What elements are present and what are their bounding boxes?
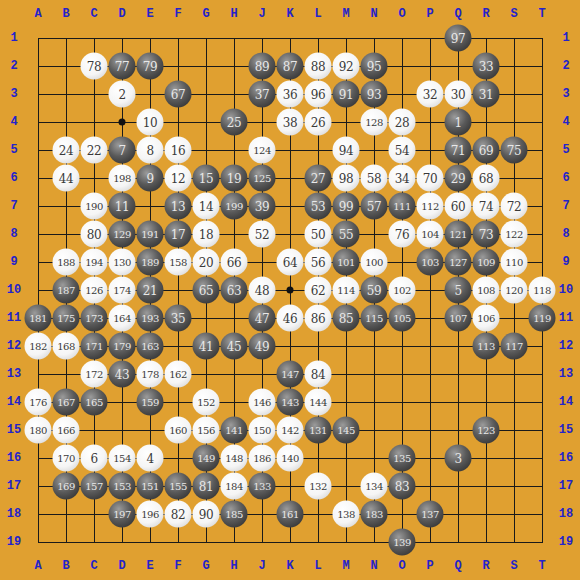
col-label-bottom: C xyxy=(90,560,97,572)
stone-black[interactable]: 181 xyxy=(25,305,52,332)
stone-white[interactable]: 66 xyxy=(221,249,248,276)
stone-white[interactable]: 96 xyxy=(305,81,332,108)
stone-black[interactable]: 129 xyxy=(109,221,136,248)
stone-black[interactable]: 27 xyxy=(305,165,332,192)
stone-black[interactable]: 173 xyxy=(81,305,108,332)
stone-white[interactable]: 8 xyxy=(137,137,164,164)
stone-black[interactable]: 99 xyxy=(333,193,360,220)
stone-white[interactable]: 16 xyxy=(165,137,192,164)
col-label-bottom: P xyxy=(426,560,433,572)
row-label-right: 14 xyxy=(559,396,573,408)
stone-black[interactable]: 115 xyxy=(361,305,388,332)
row-label-right: 8 xyxy=(562,228,569,240)
row-label-right: 12 xyxy=(559,340,573,352)
stone-white[interactable]: 168 xyxy=(53,333,80,360)
col-label-top: N xyxy=(370,8,377,20)
stone-white[interactable]: 154 xyxy=(109,445,136,472)
col-label-bottom: N xyxy=(370,560,377,572)
stone-white[interactable]: 148 xyxy=(221,445,248,472)
stone-white[interactable]: 28 xyxy=(389,109,416,136)
stone-black[interactable]: 43 xyxy=(109,361,136,388)
stone-white[interactable]: 122 xyxy=(501,221,528,248)
row-label-left: 2 xyxy=(10,60,17,72)
stone-black[interactable]: 187 xyxy=(53,277,80,304)
row-label-right: 15 xyxy=(559,424,573,436)
col-label-top: G xyxy=(202,8,209,20)
stone-white[interactable]: 12 xyxy=(165,165,192,192)
stone-black[interactable]: 55 xyxy=(333,221,360,248)
stone-white[interactable]: 170 xyxy=(53,445,80,472)
col-label-top: M xyxy=(342,8,349,20)
row-label-left: 5 xyxy=(10,144,17,156)
col-label-bottom: H xyxy=(230,560,237,572)
row-label-left: 6 xyxy=(10,172,17,184)
row-label-right: 9 xyxy=(562,256,569,268)
stone-black[interactable]: 37 xyxy=(249,81,276,108)
col-label-top: Q xyxy=(454,8,461,20)
stone-white[interactable]: 14 xyxy=(193,193,220,220)
stone-black[interactable]: 3 xyxy=(445,445,472,472)
col-label-top: C xyxy=(90,8,97,20)
stone-white[interactable]: 6 xyxy=(81,445,108,472)
stone-black[interactable]: 113 xyxy=(473,333,500,360)
stone-white[interactable]: 120 xyxy=(501,277,528,304)
stone-black[interactable]: 11 xyxy=(109,193,136,220)
stone-black[interactable]: 137 xyxy=(417,501,444,528)
col-label-top: P xyxy=(426,8,433,20)
stone-white[interactable]: 132 xyxy=(305,473,332,500)
col-label-bottom: M xyxy=(342,560,349,572)
col-label-bottom: A xyxy=(34,560,41,572)
stone-white[interactable]: 172 xyxy=(81,361,108,388)
stone-white[interactable]: 18 xyxy=(193,221,220,248)
stone-black[interactable]: 161 xyxy=(277,501,304,528)
row-label-left: 1 xyxy=(10,32,17,44)
stone-black[interactable]: 17 xyxy=(165,221,192,248)
stone-white[interactable]: 182 xyxy=(25,333,52,360)
row-label-left: 7 xyxy=(10,200,17,212)
stone-black[interactable]: 131 xyxy=(305,417,332,444)
stone-white[interactable]: 138 xyxy=(333,501,360,528)
stone-white[interactable]: 78 xyxy=(81,53,108,80)
stone-black[interactable]: 15 xyxy=(193,165,220,192)
stone-black[interactable]: 193 xyxy=(137,305,164,332)
stone-white[interactable]: 150 xyxy=(249,417,276,444)
stone-black[interactable]: 57 xyxy=(361,193,388,220)
stone-black[interactable]: 163 xyxy=(137,333,164,360)
stone-black[interactable]: 149 xyxy=(193,445,220,472)
stone-white[interactable]: 186 xyxy=(249,445,276,472)
stone-black[interactable]: 119 xyxy=(529,305,556,332)
stone-black[interactable]: 39 xyxy=(249,193,276,220)
stone-black[interactable]: 63 xyxy=(221,277,248,304)
stone-white[interactable]: 104 xyxy=(417,221,444,248)
row-label-right: 11 xyxy=(559,312,573,324)
stone-black[interactable]: 45 xyxy=(221,333,248,360)
stone-white[interactable]: 166 xyxy=(53,417,80,444)
stone-white[interactable]: 162 xyxy=(165,361,192,388)
stone-black[interactable]: 191 xyxy=(137,221,164,248)
stone-white[interactable]: 184 xyxy=(221,473,248,500)
stone-white[interactable]: 128 xyxy=(361,109,388,136)
stone-black[interactable]: 69 xyxy=(473,137,500,164)
stone-black[interactable]: 13 xyxy=(165,193,192,220)
stone-white[interactable]: 32 xyxy=(417,81,444,108)
stone-white[interactable]: 84 xyxy=(305,361,332,388)
stone-black[interactable]: 75 xyxy=(501,137,528,164)
stone-black[interactable]: 67 xyxy=(165,81,192,108)
stone-white[interactable]: 70 xyxy=(417,165,444,192)
col-label-top: A xyxy=(34,8,41,20)
stone-white[interactable]: 22 xyxy=(81,137,108,164)
stone-black[interactable]: 41 xyxy=(193,333,220,360)
row-label-right: 1 xyxy=(562,32,569,44)
stone-white[interactable]: 196 xyxy=(137,501,164,528)
col-label-bottom: K xyxy=(286,560,293,572)
col-label-bottom: G xyxy=(202,560,209,572)
stone-black[interactable]: 19 xyxy=(221,165,248,192)
row-label-right: 13 xyxy=(559,368,573,380)
row-label-left: 8 xyxy=(10,228,17,240)
stone-black[interactable]: 197 xyxy=(109,501,136,528)
col-label-top: K xyxy=(286,8,293,20)
stone-black[interactable]: 199 xyxy=(221,193,248,220)
stone-black[interactable]: 83 xyxy=(389,473,416,500)
stone-black[interactable]: 151 xyxy=(137,473,164,500)
stone-black[interactable]: 47 xyxy=(249,305,276,332)
row-label-left: 18 xyxy=(7,508,21,520)
stone-white[interactable]: 2 xyxy=(109,81,136,108)
stone-white[interactable]: 68 xyxy=(473,165,500,192)
stone-white[interactable]: 130 xyxy=(109,249,136,276)
stone-black[interactable]: 111 xyxy=(389,193,416,220)
stone-black[interactable]: 159 xyxy=(137,389,164,416)
stone-white[interactable]: 38 xyxy=(277,109,304,136)
row-label-left: 12 xyxy=(7,340,21,352)
stone-white[interactable]: 46 xyxy=(277,305,304,332)
stone-white[interactable]: 50 xyxy=(305,221,332,248)
stone-black[interactable]: 7 xyxy=(109,137,136,164)
stone-white[interactable]: 198 xyxy=(109,165,136,192)
stone-black[interactable]: 179 xyxy=(109,333,136,360)
stone-white[interactable]: 88 xyxy=(305,53,332,80)
stone-white[interactable]: 86 xyxy=(305,305,332,332)
col-label-top: R xyxy=(482,8,489,20)
stone-white[interactable]: 110 xyxy=(501,249,528,276)
stone-black[interactable]: 171 xyxy=(81,333,108,360)
col-label-bottom: Q xyxy=(454,560,461,572)
row-label-right: 10 xyxy=(559,284,573,296)
row-label-right: 19 xyxy=(559,536,573,548)
stone-white[interactable]: 26 xyxy=(305,109,332,136)
stone-black[interactable]: 147 xyxy=(277,361,304,388)
stone-black[interactable]: 109 xyxy=(473,249,500,276)
stone-white[interactable]: 36 xyxy=(277,81,304,108)
grid-line xyxy=(38,542,543,543)
stone-white[interactable]: 164 xyxy=(109,305,136,332)
stone-white[interactable]: 54 xyxy=(389,137,416,164)
stone-black[interactable]: 81 xyxy=(193,473,220,500)
col-label-bottom: L xyxy=(314,560,321,572)
col-label-bottom: R xyxy=(482,560,489,572)
col-label-top: D xyxy=(118,8,125,20)
stone-black[interactable]: 5 xyxy=(445,277,472,304)
stone-black[interactable]: 143 xyxy=(277,389,304,416)
stone-white[interactable]: 100 xyxy=(361,249,388,276)
col-label-top: E xyxy=(146,8,153,20)
stone-black[interactable]: 141 xyxy=(221,417,248,444)
stone-black[interactable]: 91 xyxy=(333,81,360,108)
stone-white[interactable]: 156 xyxy=(193,417,220,444)
stone-white[interactable]: 174 xyxy=(109,277,136,304)
stone-black[interactable]: 79 xyxy=(137,53,164,80)
stone-black[interactable]: 35 xyxy=(165,305,192,332)
row-label-right: 2 xyxy=(562,60,569,72)
stone-white[interactable]: 124 xyxy=(249,137,276,164)
col-label-top: J xyxy=(258,8,265,20)
row-label-right: 18 xyxy=(559,508,573,520)
stone-black[interactable]: 127 xyxy=(445,249,472,276)
row-label-right: 16 xyxy=(559,452,573,464)
star-point xyxy=(287,287,294,294)
stone-black[interactable]: 101 xyxy=(333,249,360,276)
stone-white[interactable]: 80 xyxy=(81,221,108,248)
stone-black[interactable]: 157 xyxy=(81,473,108,500)
row-label-left: 13 xyxy=(7,368,21,380)
stone-white[interactable]: 134 xyxy=(361,473,388,500)
stone-black[interactable]: 65 xyxy=(193,277,220,304)
col-label-bottom: S xyxy=(510,560,517,572)
stone-black[interactable]: 189 xyxy=(137,249,164,276)
row-label-right: 5 xyxy=(562,144,569,156)
stone-white[interactable]: 44 xyxy=(53,165,80,192)
stone-black[interactable]: 135 xyxy=(389,445,416,472)
stone-black[interactable]: 87 xyxy=(277,53,304,80)
col-label-bottom: D xyxy=(118,560,125,572)
col-label-bottom: J xyxy=(258,560,265,572)
stone-black[interactable]: 31 xyxy=(473,81,500,108)
stone-black[interactable]: 167 xyxy=(53,389,80,416)
stone-white[interactable]: 58 xyxy=(361,165,388,192)
stone-white[interactable]: 140 xyxy=(277,445,304,472)
stone-white[interactable]: 90 xyxy=(193,501,220,528)
stone-black[interactable]: 1 xyxy=(445,109,472,136)
col-label-top: H xyxy=(230,8,237,20)
stone-white[interactable]: 30 xyxy=(445,81,472,108)
row-label-right: 6 xyxy=(562,172,569,184)
stone-black[interactable]: 169 xyxy=(53,473,80,500)
go-board[interactable]: AABBCCDDEEFFGGHHJJKKLLMMNNOOPPQQRRSSTT11… xyxy=(0,0,580,580)
stone-black[interactable]: 105 xyxy=(389,305,416,332)
stone-white[interactable]: 4 xyxy=(137,445,164,472)
stone-black[interactable]: 125 xyxy=(249,165,276,192)
stone-white[interactable]: 62 xyxy=(305,277,332,304)
stone-white[interactable]: 98 xyxy=(333,165,360,192)
stone-black[interactable]: 165 xyxy=(81,389,108,416)
row-label-left: 14 xyxy=(7,396,21,408)
stone-black[interactable]: 133 xyxy=(249,473,276,500)
stone-white[interactable]: 82 xyxy=(165,501,192,528)
col-label-top: S xyxy=(510,8,517,20)
row-label-right: 3 xyxy=(562,88,569,100)
stone-white[interactable]: 180 xyxy=(25,417,52,444)
stone-white[interactable]: 144 xyxy=(305,389,332,416)
stone-black[interactable]: 155 xyxy=(165,473,192,500)
row-label-left: 3 xyxy=(10,88,17,100)
stone-black[interactable]: 85 xyxy=(333,305,360,332)
stone-white[interactable]: 102 xyxy=(389,277,416,304)
stone-black[interactable]: 29 xyxy=(445,165,472,192)
col-label-top: F xyxy=(174,8,181,20)
stone-white[interactable]: 126 xyxy=(81,277,108,304)
stone-black[interactable]: 153 xyxy=(109,473,136,500)
col-label-top: T xyxy=(538,8,545,20)
stone-white[interactable]: 56 xyxy=(305,249,332,276)
row-label-right: 4 xyxy=(562,116,569,128)
stone-black[interactable]: 183 xyxy=(361,501,388,528)
grid-line xyxy=(430,38,431,543)
stone-black[interactable]: 71 xyxy=(445,137,472,164)
stone-white[interactable]: 10 xyxy=(137,109,164,136)
stone-black[interactable]: 49 xyxy=(249,333,276,360)
row-label-left: 15 xyxy=(7,424,21,436)
row-label-left: 16 xyxy=(7,452,21,464)
stone-white[interactable]: 72 xyxy=(501,193,528,220)
stone-white[interactable]: 194 xyxy=(81,249,108,276)
row-label-right: 7 xyxy=(562,200,569,212)
col-label-bottom: E xyxy=(146,560,153,572)
stone-white[interactable]: 94 xyxy=(333,137,360,164)
stone-white[interactable]: 52 xyxy=(249,221,276,248)
stone-black[interactable]: 93 xyxy=(361,81,388,108)
col-label-bottom: T xyxy=(538,560,545,572)
row-label-left: 10 xyxy=(7,284,21,296)
row-label-left: 17 xyxy=(7,480,21,492)
stone-white[interactable]: 76 xyxy=(389,221,416,248)
stone-white[interactable]: 118 xyxy=(529,277,556,304)
stone-black[interactable]: 121 xyxy=(445,221,472,248)
stone-black[interactable]: 77 xyxy=(109,53,136,80)
stone-black[interactable]: 175 xyxy=(53,305,80,332)
stone-black[interactable]: 97 xyxy=(445,25,472,52)
stone-black[interactable]: 33 xyxy=(473,53,500,80)
col-label-top: O xyxy=(398,8,405,20)
stone-black[interactable]: 185 xyxy=(221,501,248,528)
stone-white[interactable]: 48 xyxy=(249,277,276,304)
stone-white[interactable]: 158 xyxy=(165,249,192,276)
stone-white[interactable]: 152 xyxy=(193,389,220,416)
stone-white[interactable]: 112 xyxy=(417,193,444,220)
stone-white[interactable]: 176 xyxy=(25,389,52,416)
stone-white[interactable]: 34 xyxy=(389,165,416,192)
row-label-left: 4 xyxy=(10,116,17,128)
stone-white[interactable]: 20 xyxy=(193,249,220,276)
stone-white[interactable]: 146 xyxy=(249,389,276,416)
star-point xyxy=(119,119,126,126)
stone-white[interactable]: 178 xyxy=(137,361,164,388)
col-label-top: L xyxy=(314,8,321,20)
stone-black[interactable]: 9 xyxy=(137,165,164,192)
stone-black[interactable]: 59 xyxy=(361,277,388,304)
stone-white[interactable]: 188 xyxy=(53,249,80,276)
stone-black[interactable]: 95 xyxy=(361,53,388,80)
stone-black[interactable]: 53 xyxy=(305,193,332,220)
stone-white[interactable]: 190 xyxy=(81,193,108,220)
stone-black[interactable]: 73 xyxy=(473,221,500,248)
stone-white[interactable]: 160 xyxy=(165,417,192,444)
stone-white[interactable]: 142 xyxy=(277,417,304,444)
stone-white[interactable]: 64 xyxy=(277,249,304,276)
row-label-right: 17 xyxy=(559,480,573,492)
stone-black[interactable]: 117 xyxy=(501,333,528,360)
stone-black[interactable]: 21 xyxy=(137,277,164,304)
stone-black[interactable]: 107 xyxy=(445,305,472,332)
row-label-left: 9 xyxy=(10,256,17,268)
col-label-bottom: F xyxy=(174,560,181,572)
stone-black[interactable]: 89 xyxy=(249,53,276,80)
stone-black[interactable]: 145 xyxy=(333,417,360,444)
stone-black[interactable]: 103 xyxy=(417,249,444,276)
stone-white[interactable]: 92 xyxy=(333,53,360,80)
stone-black[interactable]: 123 xyxy=(473,417,500,444)
col-label-bottom: O xyxy=(398,560,405,572)
stone-white[interactable]: 74 xyxy=(473,193,500,220)
col-label-top: B xyxy=(62,8,69,20)
stone-white[interactable]: 106 xyxy=(473,305,500,332)
stone-black[interactable]: 25 xyxy=(221,109,248,136)
stone-white[interactable]: 24 xyxy=(53,137,80,164)
stone-black[interactable]: 139 xyxy=(389,529,416,556)
row-label-left: 11 xyxy=(7,312,21,324)
stone-white[interactable]: 60 xyxy=(445,193,472,220)
stone-white[interactable]: 108 xyxy=(473,277,500,304)
stone-white[interactable]: 114 xyxy=(333,277,360,304)
row-label-left: 19 xyxy=(7,536,21,548)
col-label-bottom: B xyxy=(62,560,69,572)
